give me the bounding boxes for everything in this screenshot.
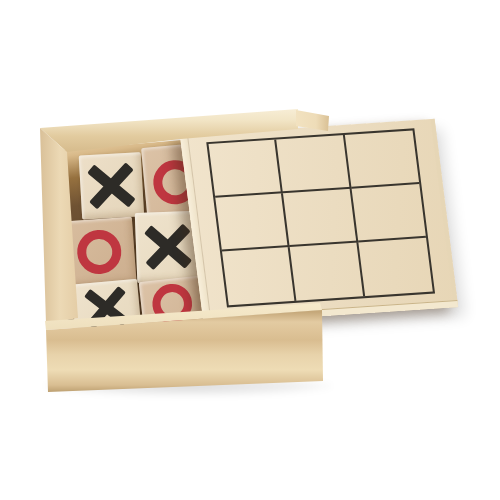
board-cell[interactable] — [215, 193, 290, 251]
board-cell[interactable] — [358, 238, 433, 296]
x-mark-icon — [87, 162, 135, 210]
board-cell[interactable] — [222, 247, 297, 305]
lid-right-edge — [430, 119, 458, 307]
block-x[interactable] — [79, 152, 144, 219]
o-mark-icon — [76, 228, 123, 275]
board-cell[interactable] — [283, 189, 358, 247]
board-cell[interactable] — [277, 135, 352, 193]
x-mark-icon — [144, 223, 192, 271]
tic-tac-toe-grid — [206, 128, 435, 307]
board-cell[interactable] — [345, 130, 420, 188]
board-cell[interactable] — [351, 184, 426, 242]
board-cell[interactable] — [290, 242, 365, 300]
sliding-lid[interactable] — [180, 119, 458, 324]
board-cell[interactable] — [209, 140, 284, 198]
